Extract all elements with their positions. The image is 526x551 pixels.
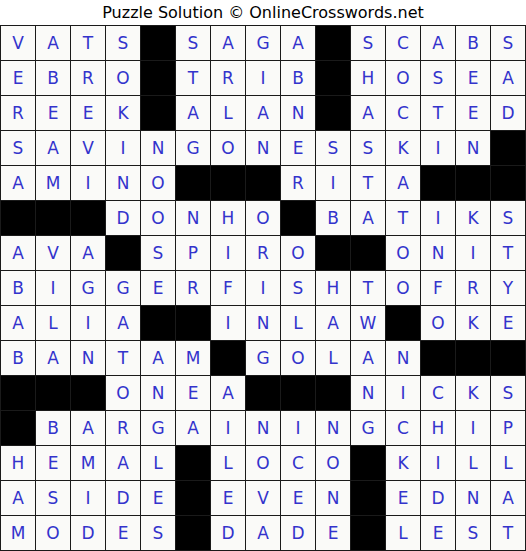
letter-cell: O: [421, 306, 455, 340]
letter-cell: A: [351, 201, 385, 235]
letter-cell: R: [246, 236, 280, 270]
block-cell: [1, 411, 35, 445]
block-cell: [36, 201, 70, 235]
block-cell: [176, 306, 210, 340]
letter-cell: K: [386, 446, 420, 480]
letter-cell: O: [141, 166, 175, 200]
letter-cell: M: [176, 341, 210, 375]
block-cell: [351, 516, 385, 550]
letter-cell: A: [71, 236, 105, 270]
block-cell: [316, 236, 350, 270]
letter-cell: N: [246, 131, 280, 165]
letter-cell: O: [36, 516, 70, 550]
letter-cell: N: [176, 201, 210, 235]
block-cell: [211, 166, 245, 200]
letter-cell: N: [456, 481, 490, 515]
letter-cell: V: [246, 481, 280, 515]
letter-cell: A: [351, 96, 385, 130]
letter-cell: E: [281, 481, 315, 515]
block-cell: [316, 96, 350, 130]
block-cell: [316, 376, 350, 410]
letter-cell: N: [106, 166, 140, 200]
letter-cell: S: [316, 131, 350, 165]
letter-cell: A: [36, 341, 70, 375]
letter-cell: I: [456, 236, 490, 270]
letter-cell: L: [386, 516, 420, 550]
letter-cell: G: [106, 271, 140, 305]
letter-cell: O: [316, 446, 350, 480]
letter-cell: I: [456, 411, 490, 445]
letter-cell: D: [106, 481, 140, 515]
letter-cell: A: [1, 236, 35, 270]
block-cell: [491, 341, 525, 375]
block-cell: [386, 306, 420, 340]
letter-cell: T: [71, 26, 105, 60]
letter-cell: B: [1, 271, 35, 305]
letter-cell: G: [71, 271, 105, 305]
letter-cell: E: [36, 446, 70, 480]
letter-cell: A: [281, 26, 315, 60]
letter-cell: T: [351, 166, 385, 200]
letter-cell: S: [176, 26, 210, 60]
block-cell: [351, 481, 385, 515]
letter-cell: H: [351, 61, 385, 95]
letter-cell: E: [316, 516, 350, 550]
letter-cell: B: [281, 61, 315, 95]
letter-cell: E: [491, 306, 525, 340]
letter-cell: S: [106, 26, 140, 60]
letter-cell: M: [71, 446, 105, 480]
letter-cell: O: [386, 271, 420, 305]
block-cell: [246, 376, 280, 410]
block-cell: [281, 376, 315, 410]
letter-cell: I: [71, 166, 105, 200]
letter-cell: B: [36, 411, 70, 445]
letter-cell: L: [281, 306, 315, 340]
letter-cell: L: [211, 446, 245, 480]
letter-cell: A: [1, 481, 35, 515]
letter-cell: T: [491, 236, 525, 270]
letter-cell: K: [386, 131, 420, 165]
block-cell: [106, 236, 140, 270]
letter-cell: H: [316, 271, 350, 305]
letter-cell: L: [36, 306, 70, 340]
letter-cell: A: [71, 411, 105, 445]
letter-cell: S: [141, 516, 175, 550]
letter-cell: I: [246, 271, 280, 305]
letter-cell: A: [246, 516, 280, 550]
letter-cell: T: [351, 271, 385, 305]
letter-cell: A: [36, 131, 70, 165]
letter-cell: L: [456, 446, 490, 480]
letter-cell: E: [421, 516, 455, 550]
letter-cell: V: [1, 26, 35, 60]
letter-cell: I: [71, 481, 105, 515]
letter-cell: S: [491, 26, 525, 60]
letter-cell: S: [491, 201, 525, 235]
letter-cell: L: [491, 446, 525, 480]
letter-cell: K: [456, 376, 490, 410]
block-cell: [71, 201, 105, 235]
letter-cell: O: [211, 131, 245, 165]
letter-cell: C: [386, 26, 420, 60]
letter-cell: I: [386, 376, 420, 410]
letter-cell: I: [106, 131, 140, 165]
letter-cell: L: [316, 341, 350, 375]
letter-cell: R: [1, 96, 35, 130]
letter-cell: T: [386, 201, 420, 235]
block-cell: [456, 166, 490, 200]
block-cell: [141, 96, 175, 130]
letter-cell: O: [106, 61, 140, 95]
letter-cell: G: [246, 26, 280, 60]
letter-cell: O: [246, 446, 280, 480]
letter-cell: F: [421, 271, 455, 305]
letter-cell: H: [421, 411, 455, 445]
letter-cell: N: [281, 96, 315, 130]
letter-cell: I: [316, 166, 350, 200]
letter-cell: W: [351, 306, 385, 340]
letter-cell: T: [176, 61, 210, 95]
page-title: Puzzle Solution © OnlineCrosswords.net: [0, 0, 526, 25]
letter-cell: E: [141, 481, 175, 515]
block-cell: [1, 201, 35, 235]
letter-cell: C: [281, 446, 315, 480]
letter-cell: I: [421, 201, 455, 235]
letter-cell: S: [491, 376, 525, 410]
letter-cell: C: [386, 411, 420, 445]
letter-cell: E: [281, 131, 315, 165]
letter-cell: N: [141, 131, 175, 165]
letter-cell: I: [211, 306, 245, 340]
letter-cell: K: [456, 201, 490, 235]
letter-cell: D: [211, 516, 245, 550]
letter-cell: N: [246, 411, 280, 445]
block-cell: [36, 376, 70, 410]
letter-cell: N: [71, 341, 105, 375]
letter-cell: L: [211, 96, 245, 130]
letter-cell: I: [246, 61, 280, 95]
letter-cell: A: [106, 306, 140, 340]
block-cell: [1, 376, 35, 410]
block-cell: [211, 341, 245, 375]
letter-cell: N: [421, 236, 455, 270]
letter-cell: D: [491, 96, 525, 130]
letter-cell: H: [1, 446, 35, 480]
letter-cell: A: [176, 411, 210, 445]
letter-cell: K: [456, 306, 490, 340]
letter-cell: A: [176, 96, 210, 130]
block-cell: [141, 26, 175, 60]
letter-cell: G: [351, 411, 385, 445]
letter-cell: A: [421, 26, 455, 60]
block-cell: [71, 376, 105, 410]
letter-cell: G: [141, 411, 175, 445]
letter-cell: E: [106, 516, 140, 550]
block-cell: [176, 516, 210, 550]
letter-cell: O: [141, 201, 175, 235]
letter-cell: Y: [491, 271, 525, 305]
letter-cell: A: [1, 306, 35, 340]
letter-cell: O: [386, 236, 420, 270]
letter-cell: O: [106, 376, 140, 410]
letter-cell: E: [456, 61, 490, 95]
letter-cell: A: [36, 26, 70, 60]
letter-cell: C: [421, 376, 455, 410]
letter-cell: G: [246, 341, 280, 375]
letter-cell: S: [1, 131, 35, 165]
letter-cell: N: [141, 376, 175, 410]
letter-cell: T: [491, 516, 525, 550]
letter-cell: S: [36, 481, 70, 515]
letter-cell: B: [456, 26, 490, 60]
letter-cell: A: [106, 446, 140, 480]
letter-cell: O: [246, 201, 280, 235]
letter-cell: I: [281, 411, 315, 445]
block-cell: [176, 446, 210, 480]
letter-cell: C: [386, 96, 420, 130]
block-cell: [351, 446, 385, 480]
letter-cell: A: [491, 61, 525, 95]
letter-cell: S: [141, 236, 175, 270]
letter-cell: S: [421, 61, 455, 95]
letter-cell: K: [106, 96, 140, 130]
letter-cell: A: [211, 26, 245, 60]
letter-cell: R: [281, 166, 315, 200]
block-cell: [316, 61, 350, 95]
letter-cell: I: [36, 271, 70, 305]
letter-cell: B: [316, 201, 350, 235]
letter-cell: R: [456, 271, 490, 305]
letter-cell: R: [71, 61, 105, 95]
letter-cell: T: [106, 341, 140, 375]
block-cell: [141, 61, 175, 95]
letter-cell: P: [176, 236, 210, 270]
letter-cell: O: [386, 61, 420, 95]
letter-cell: A: [316, 306, 350, 340]
letter-cell: S: [351, 131, 385, 165]
letter-cell: I: [421, 131, 455, 165]
letter-cell: I: [211, 236, 245, 270]
letter-cell: V: [71, 131, 105, 165]
block-cell: [246, 166, 280, 200]
letter-cell: D: [421, 481, 455, 515]
letter-cell: R: [211, 61, 245, 95]
letter-cell: A: [141, 341, 175, 375]
letter-cell: E: [386, 481, 420, 515]
crossword-grid: VATSSAGASCABSEBROTRIBHOSEAREEKALANACTEDS…: [0, 25, 526, 551]
block-cell: [456, 341, 490, 375]
letter-cell: T: [421, 96, 455, 130]
block-cell: [141, 306, 175, 340]
letter-cell: R: [176, 271, 210, 305]
letter-cell: L: [141, 446, 175, 480]
puzzle-solution-page: Puzzle Solution © OnlineCrosswords.net V…: [0, 0, 526, 551]
letter-cell: F: [211, 271, 245, 305]
letter-cell: S: [351, 26, 385, 60]
letter-cell: E: [36, 96, 70, 130]
letter-cell: A: [1, 166, 35, 200]
letter-cell: P: [491, 411, 525, 445]
block-cell: [421, 166, 455, 200]
letter-cell: G: [176, 131, 210, 165]
letter-cell: H: [211, 201, 245, 235]
block-cell: [176, 166, 210, 200]
letter-cell: A: [351, 341, 385, 375]
letter-cell: D: [106, 201, 140, 235]
block-cell: [281, 201, 315, 235]
letter-cell: O: [281, 236, 315, 270]
letter-cell: M: [1, 516, 35, 550]
letter-cell: N: [316, 411, 350, 445]
letter-cell: S: [456, 516, 490, 550]
letter-cell: E: [71, 96, 105, 130]
letter-cell: D: [281, 516, 315, 550]
letter-cell: I: [71, 306, 105, 340]
block-cell: [351, 236, 385, 270]
letter-cell: A: [491, 481, 525, 515]
letter-cell: O: [281, 341, 315, 375]
letter-cell: D: [71, 516, 105, 550]
block-cell: [316, 26, 350, 60]
block-cell: [176, 481, 210, 515]
letter-cell: A: [246, 96, 280, 130]
letter-cell: A: [211, 376, 245, 410]
letter-cell: N: [316, 481, 350, 515]
letter-cell: E: [176, 376, 210, 410]
letter-cell: A: [386, 166, 420, 200]
letter-cell: S: [281, 271, 315, 305]
letter-cell: I: [211, 411, 245, 445]
letter-cell: B: [1, 341, 35, 375]
letter-cell: I: [421, 446, 455, 480]
letter-cell: E: [141, 271, 175, 305]
letter-cell: E: [1, 61, 35, 95]
letter-cell: R: [106, 411, 140, 445]
letter-cell: N: [456, 131, 490, 165]
block-cell: [491, 131, 525, 165]
letter-cell: N: [386, 341, 420, 375]
block-cell: [491, 166, 525, 200]
block-cell: [421, 341, 455, 375]
letter-cell: E: [211, 481, 245, 515]
letter-cell: N: [246, 306, 280, 340]
letter-cell: N: [351, 376, 385, 410]
letter-cell: M: [36, 166, 70, 200]
letter-cell: E: [456, 96, 490, 130]
letter-cell: B: [36, 61, 70, 95]
letter-cell: V: [36, 236, 70, 270]
